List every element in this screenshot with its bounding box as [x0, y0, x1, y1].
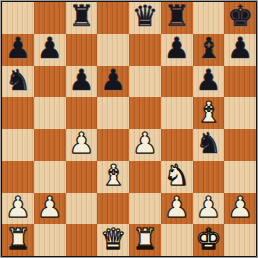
piece-black-rook: ♜ [164, 2, 190, 31]
piece-black-pawn: ♟ [227, 34, 253, 63]
square-e8[interactable]: ♛ [129, 2, 161, 34]
square-e2[interactable] [129, 193, 161, 225]
piece-white-queen: ♛ [100, 225, 126, 254]
square-g3[interactable] [193, 161, 225, 193]
square-h3[interactable] [224, 161, 256, 193]
square-h4[interactable] [224, 129, 256, 161]
piece-white-bishop: ♝ [100, 161, 126, 190]
square-d2[interactable] [97, 193, 129, 225]
square-d4[interactable] [97, 129, 129, 161]
square-e7[interactable] [129, 34, 161, 66]
square-b3[interactable] [34, 161, 66, 193]
square-b1[interactable] [34, 224, 66, 256]
square-e6[interactable] [129, 66, 161, 98]
square-a8[interactable] [2, 2, 34, 34]
square-h5[interactable] [224, 97, 256, 129]
piece-white-pawn: ♟ [227, 193, 253, 222]
piece-white-knight: ♞ [164, 161, 190, 190]
square-c5[interactable] [66, 97, 98, 129]
square-f2[interactable]: ♟ [161, 193, 193, 225]
square-h6[interactable] [224, 66, 256, 98]
square-f3[interactable]: ♞ [161, 161, 193, 193]
square-b4[interactable] [34, 129, 66, 161]
square-a2[interactable]: ♟ [2, 193, 34, 225]
square-e5[interactable] [129, 97, 161, 129]
square-c8[interactable]: ♜ [66, 2, 98, 34]
board-frame: ♜♛♜♚♟♟♟♝♟♞♟♟♟♝♟♟♞♝♞♟♟♟♟♟♜♛♜♚ [0, 0, 258, 258]
square-c3[interactable] [66, 161, 98, 193]
square-c7[interactable] [66, 34, 98, 66]
piece-black-rook: ♜ [68, 2, 94, 31]
square-b2[interactable]: ♟ [34, 193, 66, 225]
square-a1[interactable]: ♜ [2, 224, 34, 256]
piece-black-pawn: ♟ [100, 66, 126, 95]
square-a7[interactable]: ♟ [2, 34, 34, 66]
piece-black-pawn: ♟ [164, 34, 190, 63]
square-c4[interactable]: ♟ [66, 129, 98, 161]
square-b8[interactable] [34, 2, 66, 34]
square-d6[interactable]: ♟ [97, 66, 129, 98]
square-h2[interactable]: ♟ [224, 193, 256, 225]
square-c2[interactable] [66, 193, 98, 225]
square-f8[interactable]: ♜ [161, 2, 193, 34]
piece-white-pawn: ♟ [164, 193, 190, 222]
piece-black-pawn: ♟ [5, 34, 31, 63]
piece-black-pawn: ♟ [68, 66, 94, 95]
piece-white-rook: ♜ [5, 225, 31, 254]
piece-white-king: ♚ [195, 225, 221, 254]
square-g7[interactable]: ♝ [193, 34, 225, 66]
chess-board: ♜♛♜♚♟♟♟♝♟♞♟♟♟♝♟♟♞♝♞♟♟♟♟♟♜♛♜♚ [2, 2, 256, 256]
piece-black-knight: ♞ [195, 129, 221, 158]
square-b6[interactable] [34, 66, 66, 98]
piece-black-queen: ♛ [132, 2, 158, 31]
square-g4[interactable]: ♞ [193, 129, 225, 161]
square-f1[interactable] [161, 224, 193, 256]
square-h1[interactable] [224, 224, 256, 256]
square-a6[interactable]: ♞ [2, 66, 34, 98]
piece-black-pawn: ♟ [195, 66, 221, 95]
square-b7[interactable]: ♟ [34, 34, 66, 66]
piece-black-pawn: ♟ [37, 34, 63, 63]
square-h8[interactable]: ♚ [224, 2, 256, 34]
piece-black-bishop: ♝ [195, 34, 221, 63]
square-d7[interactable] [97, 34, 129, 66]
square-a4[interactable] [2, 129, 34, 161]
square-f5[interactable] [161, 97, 193, 129]
piece-white-pawn: ♟ [68, 129, 94, 158]
piece-white-pawn: ♟ [132, 129, 158, 158]
square-f6[interactable] [161, 66, 193, 98]
square-g2[interactable]: ♟ [193, 193, 225, 225]
square-h7[interactable]: ♟ [224, 34, 256, 66]
square-f4[interactable] [161, 129, 193, 161]
square-e1[interactable]: ♜ [129, 224, 161, 256]
piece-black-knight: ♞ [5, 66, 31, 95]
piece-black-king: ♚ [227, 2, 253, 31]
square-d1[interactable]: ♛ [97, 224, 129, 256]
square-d5[interactable] [97, 97, 129, 129]
square-d8[interactable] [97, 2, 129, 34]
piece-white-pawn: ♟ [5, 193, 31, 222]
square-c1[interactable] [66, 224, 98, 256]
piece-white-pawn: ♟ [195, 193, 221, 222]
piece-white-bishop: ♝ [195, 98, 221, 127]
piece-white-pawn: ♟ [37, 193, 63, 222]
square-b5[interactable] [34, 97, 66, 129]
square-e4[interactable]: ♟ [129, 129, 161, 161]
square-a5[interactable] [2, 97, 34, 129]
square-a3[interactable] [2, 161, 34, 193]
square-d3[interactable]: ♝ [97, 161, 129, 193]
square-g8[interactable] [193, 2, 225, 34]
piece-white-rook: ♜ [132, 225, 158, 254]
square-c6[interactable]: ♟ [66, 66, 98, 98]
square-f7[interactable]: ♟ [161, 34, 193, 66]
square-g5[interactable]: ♝ [193, 97, 225, 129]
square-g6[interactable]: ♟ [193, 66, 225, 98]
square-e3[interactable] [129, 161, 161, 193]
square-g1[interactable]: ♚ [193, 224, 225, 256]
